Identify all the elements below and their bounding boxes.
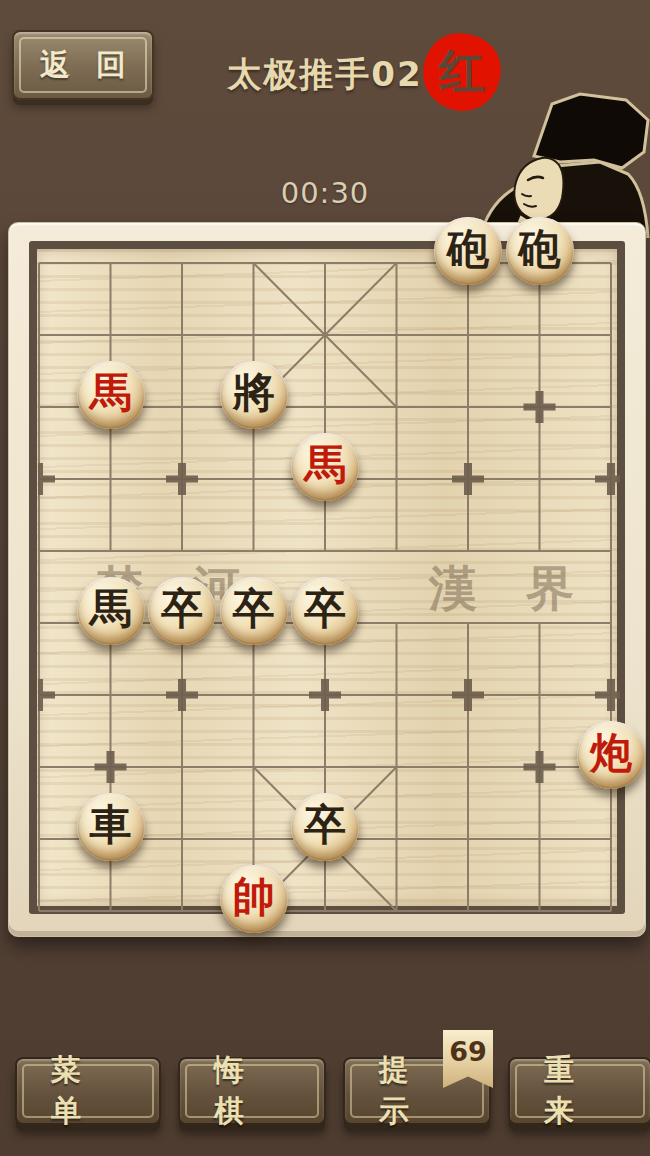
app-screen: 返回 太极推手02 红 00:30 — [0, 0, 650, 1156]
piece-red-馬-c4r3[interactable]: 馬 — [291, 433, 359, 501]
restart-button-label: 重来 — [510, 1050, 650, 1132]
menu-button-label: 菜单 — [17, 1050, 159, 1132]
piece-black-卒-c3r5[interactable]: 卒 — [220, 577, 288, 645]
menu-button[interactable]: 菜单 — [15, 1057, 161, 1125]
piece-black-砲-c6r0[interactable]: 砲 — [434, 217, 502, 285]
xiangqi-board: 楚 河 漢 界 砲砲馬將馬馬卒卒卒炮車卒帥 — [8, 222, 646, 937]
undo-button-label: 悔棋 — [180, 1050, 324, 1132]
opponent-avatar — [476, 90, 650, 238]
piece-red-炮-c8r7[interactable]: 炮 — [577, 721, 645, 789]
piece-black-車-c1r8[interactable]: 車 — [77, 793, 145, 861]
piece-black-將-c3r2[interactable]: 將 — [220, 361, 288, 429]
restart-button[interactable]: 重来 — [508, 1057, 650, 1125]
piece-red-帥-c3r9[interactable]: 帥 — [220, 865, 288, 933]
piece-red-馬-c1r2[interactable]: 馬 — [77, 361, 145, 429]
undo-button[interactable]: 悔棋 — [178, 1057, 326, 1125]
piece-black-馬-c1r5[interactable]: 馬 — [77, 577, 145, 645]
piece-black-卒-c4r5[interactable]: 卒 — [291, 577, 359, 645]
piece-black-卒-c2r5[interactable]: 卒 — [148, 577, 216, 645]
piece-black-砲-c7r0[interactable]: 砲 — [506, 217, 574, 285]
scholar-illustration — [476, 90, 650, 238]
piece-black-卒-c4r8[interactable]: 卒 — [291, 793, 359, 861]
river-label-right: 漢 界 — [429, 557, 590, 621]
